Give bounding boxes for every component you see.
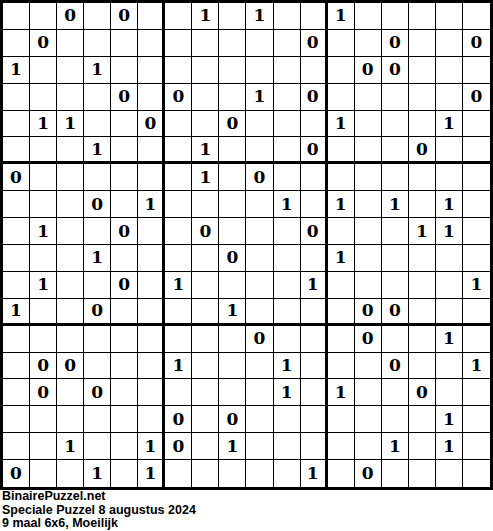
cell-r17c5[interactable] bbox=[111, 433, 138, 460]
cell-r14c14[interactable] bbox=[355, 353, 382, 380]
cell-r14c5[interactable] bbox=[111, 353, 138, 380]
cell-r15c15[interactable] bbox=[382, 379, 409, 406]
cell-r5c5[interactable] bbox=[111, 111, 138, 138]
cell-r7c15[interactable] bbox=[382, 164, 409, 191]
cell-r5c7[interactable] bbox=[165, 111, 192, 138]
cell-r7c2[interactable] bbox=[30, 164, 57, 191]
cell-r2c1[interactable] bbox=[3, 30, 30, 57]
cell-r4c17[interactable] bbox=[436, 84, 463, 111]
cell-r11c3[interactable] bbox=[57, 272, 84, 299]
cell-r14c17[interactable] bbox=[436, 353, 463, 380]
cell-r10c2[interactable] bbox=[30, 245, 57, 272]
cell-r1c6[interactable] bbox=[138, 3, 165, 30]
cell-r11c10[interactable] bbox=[246, 272, 273, 299]
cell-r16c12[interactable] bbox=[301, 406, 328, 433]
cell-r13c16[interactable] bbox=[409, 326, 436, 353]
cell-r4c11[interactable] bbox=[274, 84, 301, 111]
cell-r3c5[interactable] bbox=[111, 57, 138, 84]
cell-r1c1[interactable] bbox=[3, 3, 30, 30]
cell-r18c7[interactable] bbox=[165, 460, 192, 487]
cell-r18c14-given: 0 bbox=[355, 460, 382, 487]
cell-r1c14[interactable] bbox=[355, 3, 382, 30]
cell-r3c9[interactable] bbox=[219, 57, 246, 84]
cell-r15c18[interactable] bbox=[463, 379, 490, 406]
cell-r7c8-given: 1 bbox=[192, 164, 219, 191]
cell-r11c17[interactable] bbox=[436, 272, 463, 299]
cell-r18c18[interactable] bbox=[463, 460, 490, 487]
cell-r11c6[interactable] bbox=[138, 272, 165, 299]
cell-r10c3[interactable] bbox=[57, 245, 84, 272]
cell-r9c3[interactable] bbox=[57, 218, 84, 245]
cell-r16c14[interactable] bbox=[355, 406, 382, 433]
cell-r9c16-given: 1 bbox=[409, 218, 436, 245]
binary-puzzle-board: 0011100001100001001100111100010011111100… bbox=[0, 0, 493, 531]
cell-r17c18[interactable] bbox=[463, 433, 490, 460]
cell-r1c10-given: 1 bbox=[246, 3, 273, 30]
cell-r18c11[interactable] bbox=[274, 460, 301, 487]
cell-r14c4[interactable] bbox=[84, 353, 111, 380]
cell-r9c9[interactable] bbox=[219, 218, 246, 245]
cell-r17c2[interactable] bbox=[30, 433, 57, 460]
cell-r11c14[interactable] bbox=[355, 272, 382, 299]
cell-r11c13[interactable] bbox=[328, 272, 355, 299]
cell-r2c3[interactable] bbox=[57, 30, 84, 57]
cell-r13c6[interactable] bbox=[138, 326, 165, 353]
cell-r4c10-given: 1 bbox=[246, 84, 273, 111]
cell-r12c18[interactable] bbox=[463, 299, 490, 326]
cell-r6c11[interactable] bbox=[274, 137, 301, 164]
cell-r2c5[interactable] bbox=[111, 30, 138, 57]
cell-r16c16[interactable] bbox=[409, 406, 436, 433]
cell-r18c9[interactable] bbox=[219, 460, 246, 487]
cell-r2c2-given: 0 bbox=[30, 30, 57, 57]
cell-r13c13[interactable] bbox=[328, 326, 355, 353]
cell-r1c2[interactable] bbox=[30, 3, 57, 30]
cell-r2c16[interactable] bbox=[409, 30, 436, 57]
cell-r2c17[interactable] bbox=[436, 30, 463, 57]
cell-r3c17[interactable] bbox=[436, 57, 463, 84]
cell-r15c3[interactable] bbox=[57, 379, 84, 406]
cell-r17c4[interactable] bbox=[84, 433, 111, 460]
cell-r12c15-given: 0 bbox=[382, 299, 409, 326]
cell-r14c3-given: 0 bbox=[57, 353, 84, 380]
cell-r5c15[interactable] bbox=[382, 111, 409, 138]
cell-r5c12[interactable] bbox=[301, 111, 328, 138]
cell-r5c3-given: 1 bbox=[57, 111, 84, 138]
cell-r6c6[interactable] bbox=[138, 137, 165, 164]
cell-r5c10[interactable] bbox=[246, 111, 273, 138]
cell-r10c18[interactable] bbox=[463, 245, 490, 272]
cell-r6c17[interactable] bbox=[436, 137, 463, 164]
cell-r5c18[interactable] bbox=[463, 111, 490, 138]
cell-r8c18[interactable] bbox=[463, 191, 490, 218]
cell-r15c17[interactable] bbox=[436, 379, 463, 406]
cell-r12c10[interactable] bbox=[246, 299, 273, 326]
cell-r17c12[interactable] bbox=[301, 433, 328, 460]
cell-r13c15[interactable] bbox=[382, 326, 409, 353]
cell-r14c8[interactable] bbox=[192, 353, 219, 380]
cell-r6c3[interactable] bbox=[57, 137, 84, 164]
cell-r10c14[interactable] bbox=[355, 245, 382, 272]
cell-r7c12[interactable] bbox=[301, 164, 328, 191]
cell-r11c8[interactable] bbox=[192, 272, 219, 299]
cell-r3c18[interactable] bbox=[463, 57, 490, 84]
cell-r3c15-given: 0 bbox=[382, 57, 409, 84]
cell-r3c3[interactable] bbox=[57, 57, 84, 84]
cell-r2c11[interactable] bbox=[274, 30, 301, 57]
cell-r7c7[interactable] bbox=[165, 164, 192, 191]
cell-r4c8[interactable] bbox=[192, 84, 219, 111]
cell-r2c18-given: 0 bbox=[463, 30, 490, 57]
cell-r15c1[interactable] bbox=[3, 379, 30, 406]
cell-r15c5[interactable] bbox=[111, 379, 138, 406]
cell-r14c13[interactable] bbox=[328, 353, 355, 380]
cell-r15c7[interactable] bbox=[165, 379, 192, 406]
cell-r8c7[interactable] bbox=[165, 191, 192, 218]
cell-r1c15[interactable] bbox=[382, 3, 409, 30]
puzzle-grid: 0011100001100001001100111100010011111100… bbox=[0, 0, 493, 490]
cell-r10c15[interactable] bbox=[382, 245, 409, 272]
cell-r16c3[interactable] bbox=[57, 406, 84, 433]
cell-r18c16[interactable] bbox=[409, 460, 436, 487]
cell-r12c7[interactable] bbox=[165, 299, 192, 326]
cell-r13c14-given: 0 bbox=[355, 326, 382, 353]
cell-r4c5-given: 0 bbox=[111, 84, 138, 111]
cell-r5c16[interactable] bbox=[409, 111, 436, 138]
cell-r9c4[interactable] bbox=[84, 218, 111, 245]
cell-r9c11[interactable] bbox=[274, 218, 301, 245]
cell-r12c9-given: 1 bbox=[219, 299, 246, 326]
cell-r7c6[interactable] bbox=[138, 164, 165, 191]
cell-r12c3[interactable] bbox=[57, 299, 84, 326]
cell-r9c12-given: 0 bbox=[301, 218, 328, 245]
cell-r15c11-given: 1 bbox=[274, 379, 301, 406]
cell-r10c7[interactable] bbox=[165, 245, 192, 272]
puzzle-title: Speciale Puzzel 8 augustus 2024 bbox=[2, 504, 493, 518]
cell-r18c17[interactable] bbox=[436, 460, 463, 487]
cell-r12c13[interactable] bbox=[328, 299, 355, 326]
cell-r12c2[interactable] bbox=[30, 299, 57, 326]
cell-r14c6[interactable] bbox=[138, 353, 165, 380]
cell-r4c15[interactable] bbox=[382, 84, 409, 111]
cell-r3c2[interactable] bbox=[30, 57, 57, 84]
cell-r3c7[interactable] bbox=[165, 57, 192, 84]
cell-r8c5[interactable] bbox=[111, 191, 138, 218]
cell-r7c9[interactable] bbox=[219, 164, 246, 191]
cell-r8c13-given: 1 bbox=[328, 191, 355, 218]
cell-r1c3-given: 0 bbox=[57, 3, 84, 30]
cell-r12c17[interactable] bbox=[436, 299, 463, 326]
cell-r9c14[interactable] bbox=[355, 218, 382, 245]
cell-r13c17-given: 1 bbox=[436, 326, 463, 353]
cell-r8c4-given: 0 bbox=[84, 191, 111, 218]
cell-r12c5[interactable] bbox=[111, 299, 138, 326]
cell-r7c3[interactable] bbox=[57, 164, 84, 191]
cell-r9c1[interactable] bbox=[3, 218, 30, 245]
cell-r18c3[interactable] bbox=[57, 460, 84, 487]
cell-r12c6[interactable] bbox=[138, 299, 165, 326]
cell-r5c6-given: 0 bbox=[138, 111, 165, 138]
cell-r15c16-given: 0 bbox=[409, 379, 436, 406]
cell-r4c14[interactable] bbox=[355, 84, 382, 111]
cell-r4c18-given: 0 bbox=[463, 84, 490, 111]
cell-r8c1[interactable] bbox=[3, 191, 30, 218]
cell-r10c5[interactable] bbox=[111, 245, 138, 272]
cell-r12c1-given: 1 bbox=[3, 299, 30, 326]
cell-r11c12-given: 1 bbox=[301, 272, 328, 299]
cell-r16c4[interactable] bbox=[84, 406, 111, 433]
cell-r16c15[interactable] bbox=[382, 406, 409, 433]
cell-r15c6[interactable] bbox=[138, 379, 165, 406]
cell-r4c13[interactable] bbox=[328, 84, 355, 111]
cell-r5c14[interactable] bbox=[355, 111, 382, 138]
cell-r11c15[interactable] bbox=[382, 272, 409, 299]
cell-r9c5-given: 0 bbox=[111, 218, 138, 245]
cell-r16c8[interactable] bbox=[192, 406, 219, 433]
cell-r10c1[interactable] bbox=[3, 245, 30, 272]
cell-r18c10[interactable] bbox=[246, 460, 273, 487]
cell-r1c8-given: 1 bbox=[192, 3, 219, 30]
cell-r15c8[interactable] bbox=[192, 379, 219, 406]
cell-r16c1[interactable] bbox=[3, 406, 30, 433]
cell-r2c8[interactable] bbox=[192, 30, 219, 57]
cell-r18c15[interactable] bbox=[382, 460, 409, 487]
cell-r1c17[interactable] bbox=[436, 3, 463, 30]
cell-r10c10[interactable] bbox=[246, 245, 273, 272]
cell-r4c2[interactable] bbox=[30, 84, 57, 111]
cell-r3c10[interactable] bbox=[246, 57, 273, 84]
cell-r15c9[interactable] bbox=[219, 379, 246, 406]
cell-r9c15[interactable] bbox=[382, 218, 409, 245]
cell-r12c11[interactable] bbox=[274, 299, 301, 326]
cell-r4c6[interactable] bbox=[138, 84, 165, 111]
cell-r15c12[interactable] bbox=[301, 379, 328, 406]
cell-r9c6[interactable] bbox=[138, 218, 165, 245]
cell-r3c12[interactable] bbox=[301, 57, 328, 84]
cell-r14c11-given: 1 bbox=[274, 353, 301, 380]
cell-r14c16[interactable] bbox=[409, 353, 436, 380]
cell-r13c11[interactable] bbox=[274, 326, 301, 353]
cell-r7c1-given: 0 bbox=[3, 164, 30, 191]
cell-r15c14[interactable] bbox=[355, 379, 382, 406]
cell-r13c2[interactable] bbox=[30, 326, 57, 353]
cell-r10c16[interactable] bbox=[409, 245, 436, 272]
cell-r1c7[interactable] bbox=[165, 3, 192, 30]
cell-r9c10[interactable] bbox=[246, 218, 273, 245]
cell-r8c16[interactable] bbox=[409, 191, 436, 218]
cell-r10c17[interactable] bbox=[436, 245, 463, 272]
cell-r7c17[interactable] bbox=[436, 164, 463, 191]
cell-r5c2-given: 1 bbox=[30, 111, 57, 138]
cell-r18c4-given: 1 bbox=[84, 460, 111, 487]
cell-r2c10[interactable] bbox=[246, 30, 273, 57]
cell-r11c11[interactable] bbox=[274, 272, 301, 299]
cell-r3c16[interactable] bbox=[409, 57, 436, 84]
cell-r17c17-given: 1 bbox=[436, 433, 463, 460]
cell-r18c5[interactable] bbox=[111, 460, 138, 487]
cell-r8c9[interactable] bbox=[219, 191, 246, 218]
cell-r13c8[interactable] bbox=[192, 326, 219, 353]
cell-r14c7-given: 1 bbox=[165, 353, 192, 380]
cell-r5c11[interactable] bbox=[274, 111, 301, 138]
cell-r6c1[interactable] bbox=[3, 137, 30, 164]
cell-r7c16[interactable] bbox=[409, 164, 436, 191]
cell-r1c12[interactable] bbox=[301, 3, 328, 30]
cell-r14c15-given: 0 bbox=[382, 353, 409, 380]
cell-r18c6-given: 1 bbox=[138, 460, 165, 487]
cell-r1c16[interactable] bbox=[409, 3, 436, 30]
cell-r17c14[interactable] bbox=[355, 433, 382, 460]
cell-r18c8[interactable] bbox=[192, 460, 219, 487]
cell-r17c8[interactable] bbox=[192, 433, 219, 460]
cell-r5c1[interactable] bbox=[3, 111, 30, 138]
cell-r4c9[interactable] bbox=[219, 84, 246, 111]
cell-r10c11[interactable] bbox=[274, 245, 301, 272]
cell-r13c12[interactable] bbox=[301, 326, 328, 353]
cell-r10c6[interactable] bbox=[138, 245, 165, 272]
cell-r17c11[interactable] bbox=[274, 433, 301, 460]
cell-r16c6[interactable] bbox=[138, 406, 165, 433]
cell-r10c4-given: 1 bbox=[84, 245, 111, 272]
cell-r6c10[interactable] bbox=[246, 137, 273, 164]
cell-r5c4[interactable] bbox=[84, 111, 111, 138]
cell-r4c3[interactable] bbox=[57, 84, 84, 111]
cell-r8c15-given: 1 bbox=[382, 191, 409, 218]
cell-r3c1-given: 1 bbox=[3, 57, 30, 84]
cell-r16c17-given: 1 bbox=[436, 406, 463, 433]
cell-r5c8[interactable] bbox=[192, 111, 219, 138]
cell-r6c15[interactable] bbox=[382, 137, 409, 164]
cell-r2c7[interactable] bbox=[165, 30, 192, 57]
cell-r17c1[interactable] bbox=[3, 433, 30, 460]
cell-r3c8[interactable] bbox=[192, 57, 219, 84]
cell-r9c13[interactable] bbox=[328, 218, 355, 245]
cell-r4c7-given: 0 bbox=[165, 84, 192, 111]
cell-r13c5[interactable] bbox=[111, 326, 138, 353]
cell-r9c7[interactable] bbox=[165, 218, 192, 245]
cell-r12c12[interactable] bbox=[301, 299, 328, 326]
cell-r13c7[interactable] bbox=[165, 326, 192, 353]
cell-r1c4[interactable] bbox=[84, 3, 111, 30]
cell-r12c16[interactable] bbox=[409, 299, 436, 326]
cell-r3c13[interactable] bbox=[328, 57, 355, 84]
cell-r13c9[interactable] bbox=[219, 326, 246, 353]
cell-r14c12[interactable] bbox=[301, 353, 328, 380]
cell-r14c10[interactable] bbox=[246, 353, 273, 380]
cell-r3c11[interactable] bbox=[274, 57, 301, 84]
cell-r17c13[interactable] bbox=[328, 433, 355, 460]
cell-r6c5[interactable] bbox=[111, 137, 138, 164]
cell-r11c4[interactable] bbox=[84, 272, 111, 299]
cell-r17c16[interactable] bbox=[409, 433, 436, 460]
cell-r16c13[interactable] bbox=[328, 406, 355, 433]
cell-r12c8[interactable] bbox=[192, 299, 219, 326]
cell-r6c9[interactable] bbox=[219, 137, 246, 164]
cell-r10c8[interactable] bbox=[192, 245, 219, 272]
cell-r9c18[interactable] bbox=[463, 218, 490, 245]
cell-r18c13[interactable] bbox=[328, 460, 355, 487]
cell-r1c18[interactable] bbox=[463, 3, 490, 30]
cell-r14c1[interactable] bbox=[3, 353, 30, 380]
cell-r10c12[interactable] bbox=[301, 245, 328, 272]
cell-r11c5-given: 0 bbox=[111, 272, 138, 299]
cell-r6c13[interactable] bbox=[328, 137, 355, 164]
cell-r14c9[interactable] bbox=[219, 353, 246, 380]
cell-r12c4-given: 0 bbox=[84, 299, 111, 326]
cell-r8c2[interactable] bbox=[30, 191, 57, 218]
cell-r13c4[interactable] bbox=[84, 326, 111, 353]
cell-r7c14[interactable] bbox=[355, 164, 382, 191]
cell-r8c10[interactable] bbox=[246, 191, 273, 218]
cell-r8c14[interactable] bbox=[355, 191, 382, 218]
cell-r16c2[interactable] bbox=[30, 406, 57, 433]
cell-r5c17-given: 1 bbox=[436, 111, 463, 138]
cell-r6c4-given: 1 bbox=[84, 137, 111, 164]
cell-r1c9[interactable] bbox=[219, 3, 246, 30]
cell-r18c2[interactable] bbox=[30, 460, 57, 487]
cell-r13c3[interactable] bbox=[57, 326, 84, 353]
cell-r2c6[interactable] bbox=[138, 30, 165, 57]
cell-r6c18[interactable] bbox=[463, 137, 490, 164]
cell-r16c11[interactable] bbox=[274, 406, 301, 433]
cell-r11c9[interactable] bbox=[219, 272, 246, 299]
cell-r6c7[interactable] bbox=[165, 137, 192, 164]
cell-r1c11[interactable] bbox=[274, 3, 301, 30]
cell-r8c3[interactable] bbox=[57, 191, 84, 218]
cell-r7c11[interactable] bbox=[274, 164, 301, 191]
cell-r6c14[interactable] bbox=[355, 137, 382, 164]
cell-r8c8[interactable] bbox=[192, 191, 219, 218]
cell-r2c14[interactable] bbox=[355, 30, 382, 57]
cell-r2c4[interactable] bbox=[84, 30, 111, 57]
cell-r11c1[interactable] bbox=[3, 272, 30, 299]
cell-r10c13-given: 1 bbox=[328, 245, 355, 272]
cell-r3c6[interactable] bbox=[138, 57, 165, 84]
cell-r2c12-given: 0 bbox=[301, 30, 328, 57]
cell-r7c10-given: 0 bbox=[246, 164, 273, 191]
cell-r6c8-given: 1 bbox=[192, 137, 219, 164]
cell-r11c2-given: 1 bbox=[30, 272, 57, 299]
cell-r16c10[interactable] bbox=[246, 406, 273, 433]
cell-r7c13[interactable] bbox=[328, 164, 355, 191]
cell-r9c2-given: 1 bbox=[30, 218, 57, 245]
cell-r8c6-given: 1 bbox=[138, 191, 165, 218]
cell-r16c7-given: 0 bbox=[165, 406, 192, 433]
cell-r15c13-given: 1 bbox=[328, 379, 355, 406]
cell-r17c10[interactable] bbox=[246, 433, 273, 460]
cell-r13c18[interactable] bbox=[463, 326, 490, 353]
cell-r6c12-given: 0 bbox=[301, 137, 328, 164]
cell-r3c4-given: 1 bbox=[84, 57, 111, 84]
cell-r1c13-given: 1 bbox=[328, 3, 355, 30]
cell-r6c2[interactable] bbox=[30, 137, 57, 164]
cell-r4c16[interactable] bbox=[409, 84, 436, 111]
cell-r8c12[interactable] bbox=[301, 191, 328, 218]
cell-r7c5[interactable] bbox=[111, 164, 138, 191]
cell-r4c1[interactable] bbox=[3, 84, 30, 111]
cell-r7c4[interactable] bbox=[84, 164, 111, 191]
cell-r11c16[interactable] bbox=[409, 272, 436, 299]
cell-r7c18[interactable] bbox=[463, 164, 490, 191]
cell-r4c4[interactable] bbox=[84, 84, 111, 111]
cell-r16c18[interactable] bbox=[463, 406, 490, 433]
cell-r2c13[interactable] bbox=[328, 30, 355, 57]
cell-r16c5[interactable] bbox=[111, 406, 138, 433]
cell-r8c11-given: 1 bbox=[274, 191, 301, 218]
cell-r13c1[interactable] bbox=[3, 326, 30, 353]
cell-r15c10[interactable] bbox=[246, 379, 273, 406]
cell-r2c9[interactable] bbox=[219, 30, 246, 57]
